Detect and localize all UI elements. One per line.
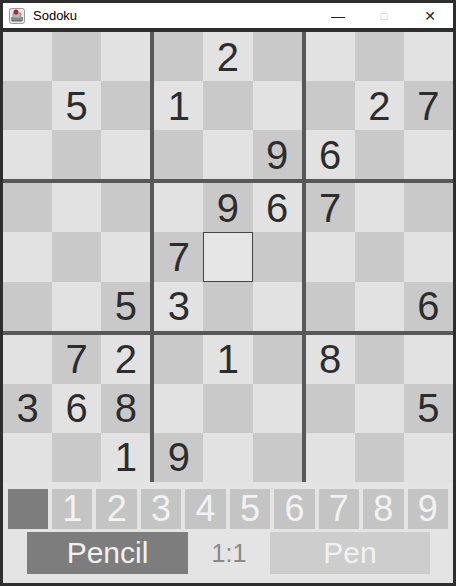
cell-r5c6[interactable] (253, 232, 302, 281)
cell-r4c2[interactable] (52, 183, 101, 232)
sudoku-window: Sodoku — □ ✕ 521927659673767236811985 1 … (0, 0, 456, 586)
cell-r1c6[interactable] (253, 32, 302, 81)
cell-r3c6[interactable]: 9 (253, 130, 302, 179)
ratio-label: 1:1 (188, 532, 270, 574)
cell-r2c8[interactable]: 2 (355, 81, 404, 130)
cell-r9c6[interactable] (253, 433, 302, 482)
mode-controls: Pencil 1:1 Pen (3, 532, 453, 574)
titlebar: Sodoku — □ ✕ (3, 3, 453, 28)
cell-r9c9[interactable] (404, 433, 453, 482)
cell-r4c3[interactable] (101, 183, 150, 232)
cell-r8c6[interactable] (253, 384, 302, 433)
cell-r4c9[interactable] (404, 183, 453, 232)
cell-r9c4[interactable]: 9 (154, 433, 203, 482)
cell-r8c8[interactable] (355, 384, 404, 433)
cell-r3c5[interactable] (203, 130, 252, 179)
cell-r5c1[interactable] (3, 232, 52, 281)
cell-r6c3[interactable]: 5 (101, 282, 150, 331)
cell-r5c7[interactable] (306, 232, 355, 281)
cell-r6c4[interactable]: 3 (154, 282, 203, 331)
number-button-4[interactable]: 4 (185, 489, 225, 529)
close-button[interactable]: ✕ (407, 3, 453, 28)
cell-r5c3[interactable] (101, 232, 150, 281)
cell-r7c4[interactable] (154, 335, 203, 384)
number-button-7[interactable]: 7 (319, 489, 359, 529)
cell-r8c3[interactable]: 8 (101, 384, 150, 433)
number-palette: 1 2 3 4 5 6 7 8 9 (8, 489, 448, 529)
cell-r2c6[interactable] (253, 81, 302, 130)
app-icon (9, 8, 25, 24)
cell-r6c1[interactable] (3, 282, 52, 331)
cell-r8c9[interactable]: 5 (404, 384, 453, 433)
window-buttons: — □ ✕ (315, 3, 453, 28)
cell-r2c7[interactable] (306, 81, 355, 130)
cell-r7c8[interactable] (355, 335, 404, 384)
cell-r4c6[interactable]: 6 (253, 183, 302, 232)
cell-r7c5[interactable]: 1 (203, 335, 252, 384)
cell-r6c8[interactable] (355, 282, 404, 331)
cell-r2c3[interactable] (101, 81, 150, 130)
cell-r1c9[interactable] (404, 32, 453, 81)
cell-r5c5[interactable] (203, 232, 252, 281)
cell-r3c1[interactable] (3, 130, 52, 179)
cell-r7c6[interactable] (253, 335, 302, 384)
cell-r1c8[interactable] (355, 32, 404, 81)
cell-r2c9[interactable]: 7 (404, 81, 453, 130)
box-3-2: 19 (154, 335, 301, 482)
cell-r2c1[interactable] (3, 81, 52, 130)
box-1-2: 219 (154, 32, 301, 179)
maximize-button[interactable]: □ (361, 3, 407, 28)
window-title: Sodoku (33, 8, 77, 23)
cell-r3c7[interactable]: 6 (306, 130, 355, 179)
pen-button[interactable]: Pen (270, 532, 430, 574)
cell-r3c3[interactable] (101, 130, 150, 179)
cell-r9c1[interactable] (3, 433, 52, 482)
cell-r6c7[interactable] (306, 282, 355, 331)
cell-r2c4[interactable]: 1 (154, 81, 203, 130)
cell-r8c1[interactable]: 3 (3, 384, 52, 433)
cell-r4c1[interactable] (3, 183, 52, 232)
cell-r4c8[interactable] (355, 183, 404, 232)
cell-r4c7[interactable]: 7 (306, 183, 355, 232)
cell-r8c5[interactable] (203, 384, 252, 433)
cell-r9c3[interactable]: 1 (101, 433, 150, 482)
number-button-5[interactable]: 5 (230, 489, 270, 529)
number-button-1[interactable]: 1 (52, 489, 92, 529)
box-3-3: 85 (306, 335, 453, 482)
number-button-3[interactable]: 3 (141, 489, 181, 529)
box-2-2: 9673 (154, 183, 301, 330)
cell-r7c9[interactable] (404, 335, 453, 384)
cell-r4c4[interactable] (154, 183, 203, 232)
box-1-3: 276 (306, 32, 453, 179)
cell-r7c2[interactable]: 7 (52, 335, 101, 384)
cell-r2c2[interactable]: 5 (52, 81, 101, 130)
number-button-2[interactable]: 2 (96, 489, 136, 529)
pencil-button[interactable]: Pencil (27, 532, 188, 574)
cell-r1c7[interactable] (306, 32, 355, 81)
cell-r6c5[interactable] (203, 282, 252, 331)
cell-r1c3[interactable] (101, 32, 150, 81)
cell-r5c4[interactable]: 7 (154, 232, 203, 281)
box-3-1: 723681 (3, 335, 150, 482)
erase-button[interactable] (8, 489, 48, 529)
cell-r1c5[interactable]: 2 (203, 32, 252, 81)
number-button-9[interactable]: 9 (408, 489, 448, 529)
cell-r8c4[interactable] (154, 384, 203, 433)
cell-r8c2[interactable]: 6 (52, 384, 101, 433)
box-2-1: 5 (3, 183, 150, 330)
cell-r6c9[interactable]: 6 (404, 282, 453, 331)
cell-r4c5[interactable]: 9 (203, 183, 252, 232)
cell-r1c2[interactable] (52, 32, 101, 81)
cell-r9c2[interactable] (52, 433, 101, 482)
cell-r9c8[interactable] (355, 433, 404, 482)
cell-r3c9[interactable] (404, 130, 453, 179)
cell-r1c1[interactable] (3, 32, 52, 81)
minimize-button[interactable]: — (315, 3, 361, 28)
cell-r3c8[interactable] (355, 130, 404, 179)
cell-r6c6[interactable] (253, 282, 302, 331)
cell-r5c8[interactable] (355, 232, 404, 281)
cell-r3c2[interactable] (52, 130, 101, 179)
cell-r9c5[interactable] (203, 433, 252, 482)
cell-r9c7[interactable] (306, 433, 355, 482)
cell-r6c2[interactable] (52, 282, 101, 331)
sudoku-board: 521927659673767236811985 (3, 32, 453, 482)
box-2-3: 76 (306, 183, 453, 330)
number-button-8[interactable]: 8 (363, 489, 403, 529)
cell-r7c1[interactable] (3, 335, 52, 384)
cell-r7c3[interactable]: 2 (101, 335, 150, 384)
cell-r7c7[interactable]: 8 (306, 335, 355, 384)
box-1-1: 5 (3, 32, 150, 179)
cell-r5c2[interactable] (52, 232, 101, 281)
cell-r3c4[interactable] (154, 130, 203, 179)
cell-r1c4[interactable] (154, 32, 203, 81)
number-button-6[interactable]: 6 (274, 489, 314, 529)
cell-r8c7[interactable] (306, 384, 355, 433)
cell-r2c5[interactable] (203, 81, 252, 130)
cell-r5c9[interactable] (404, 232, 453, 281)
